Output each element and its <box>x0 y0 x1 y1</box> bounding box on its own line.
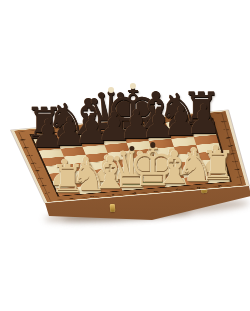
piece-glyph: ♜ <box>198 146 238 186</box>
chess-set-product-photo: 88a77b66c55d44e33f22g11h ♜♞♝♛♚♝♞♜♟♟♟♟♟♟♟… <box>0 0 250 311</box>
piece-white-rook[interactable]: ♜ <box>198 146 238 186</box>
coordinate-label-5: 5 <box>30 161 40 166</box>
pieces-layer: ♜♞♝♛♚♝♞♜♟♟♟♟♟♟♟♟♟♟♟♟♟♟♟♟♜♞♝♛♚♝♞♜ <box>0 0 250 311</box>
coordinate-label-4: 4 <box>33 168 43 173</box>
piece-glyph: ♟ <box>184 99 224 139</box>
coordinate-label-3: 3 <box>37 176 47 181</box>
piece-black-pawn[interactable]: ♟ <box>184 99 224 139</box>
brass-clasp-left <box>110 204 116 212</box>
